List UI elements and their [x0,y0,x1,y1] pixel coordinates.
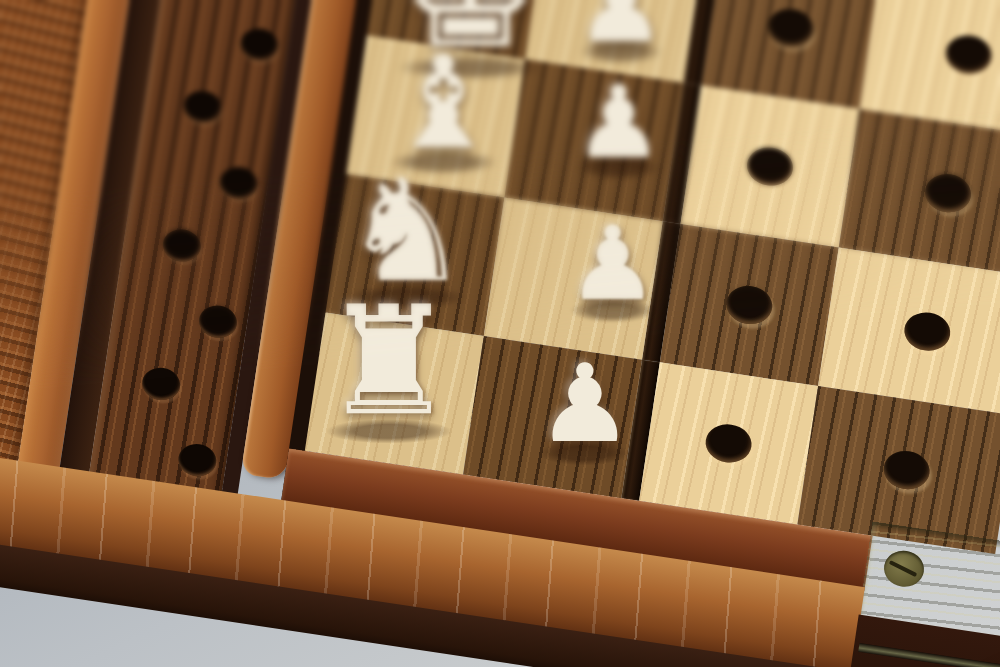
square-c5[interactable] [639,362,818,524]
peg-strip-hole [140,365,182,402]
brass-screw [882,548,927,590]
peg-strip-hole [176,441,218,478]
piece-white-pawn-b5[interactable]: ♟ [536,350,633,458]
peg-strip-hole [238,26,280,63]
peg-strip-hole [181,88,223,125]
peg-strip-hole [197,303,239,340]
piece-white-pawn-b6[interactable]: ♟ [567,213,658,315]
piece-white-rook-a5[interactable]: ♜ [322,286,456,436]
peg-hole-d6 [902,309,953,353]
peg-hole-c6 [724,283,775,327]
peg-hole-c5 [703,421,754,465]
peg-hole-d8 [943,32,994,76]
peg-strip-hole [161,227,203,264]
travel-chess-box: ♚♟♝♟♞♟♜♟ [0,0,1000,667]
peg-hole-c8 [765,6,816,50]
photo-scene: ♚♟♝♟♞♟♜♟ [0,0,1000,667]
piece-white-pawn-b7[interactable]: ♟ [574,73,664,173]
piece-white-pawn-b8[interactable]: ♟ [576,0,666,57]
square-c6[interactable] [660,224,839,386]
peg-hole-d5 [881,448,932,492]
peg-strip-hole [218,165,260,202]
peg-hole-c7 [744,144,795,188]
square-c7[interactable] [681,85,860,247]
peg-hole-d7 [922,171,973,215]
